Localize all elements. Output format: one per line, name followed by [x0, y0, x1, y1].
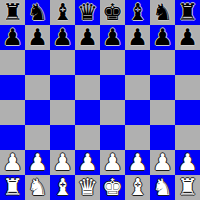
- square-g1[interactable]: ♞: [150, 175, 175, 200]
- square-g6[interactable]: [150, 50, 175, 75]
- square-e6[interactable]: [100, 50, 125, 75]
- piece-black-pawn: ♟: [127, 25, 148, 50]
- square-g3[interactable]: [150, 125, 175, 150]
- piece-white-pawn: ♟: [52, 150, 73, 175]
- piece-black-rook: ♜: [2, 0, 23, 25]
- square-b7[interactable]: ♟: [25, 25, 50, 50]
- square-f1[interactable]: ♝: [125, 175, 150, 200]
- piece-black-pawn: ♟: [152, 25, 173, 50]
- piece-white-queen: ♛: [77, 175, 98, 200]
- square-e1[interactable]: ♚: [100, 175, 125, 200]
- square-c4[interactable]: [50, 100, 75, 125]
- piece-black-pawn: ♟: [2, 25, 23, 50]
- piece-black-pawn: ♟: [27, 25, 48, 50]
- square-f4[interactable]: [125, 100, 150, 125]
- piece-white-king: ♚: [102, 175, 123, 200]
- square-e2[interactable]: ♟: [100, 150, 125, 175]
- square-h6[interactable]: [175, 50, 200, 75]
- square-a7[interactable]: ♟: [0, 25, 25, 50]
- square-a5[interactable]: [0, 75, 25, 100]
- piece-white-pawn: ♟: [77, 150, 98, 175]
- square-h3[interactable]: [175, 125, 200, 150]
- piece-white-rook: ♜: [2, 175, 23, 200]
- square-f7[interactable]: ♟: [125, 25, 150, 50]
- square-b5[interactable]: [25, 75, 50, 100]
- square-c1[interactable]: ♝: [50, 175, 75, 200]
- square-e7[interactable]: ♟: [100, 25, 125, 50]
- square-d2[interactable]: ♟: [75, 150, 100, 175]
- piece-black-knight: ♞: [27, 0, 48, 25]
- square-f2[interactable]: ♟: [125, 150, 150, 175]
- piece-white-knight: ♞: [152, 175, 173, 200]
- piece-white-pawn: ♟: [152, 150, 173, 175]
- square-d6[interactable]: [75, 50, 100, 75]
- piece-white-rook: ♜: [177, 175, 198, 200]
- square-h7[interactable]: ♟: [175, 25, 200, 50]
- square-c5[interactable]: [50, 75, 75, 100]
- piece-black-knight: ♞: [152, 0, 173, 25]
- square-d1[interactable]: ♛: [75, 175, 100, 200]
- piece-white-pawn: ♟: [102, 150, 123, 175]
- square-f3[interactable]: [125, 125, 150, 150]
- square-d8[interactable]: ♛: [75, 0, 100, 25]
- square-a1[interactable]: ♜: [0, 175, 25, 200]
- square-h1[interactable]: ♜: [175, 175, 200, 200]
- square-g7[interactable]: ♟: [150, 25, 175, 50]
- square-b2[interactable]: ♟: [25, 150, 50, 175]
- square-c6[interactable]: [50, 50, 75, 75]
- chess-board: ♜♞♝♛♚♝♞♜♟♟♟♟♟♟♟♟♟♟♟♟♟♟♟♟♜♞♝♛♚♝♞♜: [0, 0, 200, 200]
- square-a2[interactable]: ♟: [0, 150, 25, 175]
- square-g2[interactable]: ♟: [150, 150, 175, 175]
- square-a8[interactable]: ♜: [0, 0, 25, 25]
- square-c2[interactable]: ♟: [50, 150, 75, 175]
- square-e4[interactable]: [100, 100, 125, 125]
- square-h8[interactable]: ♜: [175, 0, 200, 25]
- square-f6[interactable]: [125, 50, 150, 75]
- piece-white-bishop: ♝: [127, 175, 148, 200]
- square-e5[interactable]: [100, 75, 125, 100]
- square-g5[interactable]: [150, 75, 175, 100]
- square-c8[interactable]: ♝: [50, 0, 75, 25]
- square-d4[interactable]: [75, 100, 100, 125]
- square-h2[interactable]: ♟: [175, 150, 200, 175]
- square-b6[interactable]: [25, 50, 50, 75]
- piece-black-pawn: ♟: [102, 25, 123, 50]
- square-b4[interactable]: [25, 100, 50, 125]
- square-a6[interactable]: [0, 50, 25, 75]
- piece-black-queen: ♛: [77, 0, 98, 25]
- square-b8[interactable]: ♞: [25, 0, 50, 25]
- square-d7[interactable]: ♟: [75, 25, 100, 50]
- square-f5[interactable]: [125, 75, 150, 100]
- square-a3[interactable]: [0, 125, 25, 150]
- square-b1[interactable]: ♞: [25, 175, 50, 200]
- piece-black-bishop: ♝: [52, 0, 73, 25]
- square-b3[interactable]: [25, 125, 50, 150]
- square-h4[interactable]: [175, 100, 200, 125]
- piece-black-pawn: ♟: [52, 25, 73, 50]
- piece-white-pawn: ♟: [27, 150, 48, 175]
- square-g4[interactable]: [150, 100, 175, 125]
- square-e8[interactable]: ♚: [100, 0, 125, 25]
- piece-black-king: ♚: [102, 0, 123, 25]
- square-h5[interactable]: [175, 75, 200, 100]
- piece-white-pawn: ♟: [127, 150, 148, 175]
- square-d3[interactable]: [75, 125, 100, 150]
- piece-black-bishop: ♝: [127, 0, 148, 25]
- piece-white-pawn: ♟: [177, 150, 198, 175]
- square-d5[interactable]: [75, 75, 100, 100]
- square-f8[interactable]: ♝: [125, 0, 150, 25]
- piece-black-rook: ♜: [177, 0, 198, 25]
- piece-black-pawn: ♟: [177, 25, 198, 50]
- square-c7[interactable]: ♟: [50, 25, 75, 50]
- square-a4[interactable]: [0, 100, 25, 125]
- piece-black-pawn: ♟: [77, 25, 98, 50]
- square-e3[interactable]: [100, 125, 125, 150]
- square-c3[interactable]: [50, 125, 75, 150]
- piece-white-pawn: ♟: [2, 150, 23, 175]
- piece-white-knight: ♞: [27, 175, 48, 200]
- piece-white-bishop: ♝: [52, 175, 73, 200]
- square-g8[interactable]: ♞: [150, 0, 175, 25]
